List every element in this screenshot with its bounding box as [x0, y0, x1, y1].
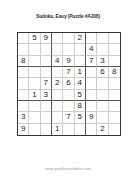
- cell-r7c9[interactable]: [109, 101, 120, 112]
- cell-r9c8[interactable]: 2: [97, 124, 108, 135]
- cell-r7c7[interactable]: [86, 101, 97, 112]
- cell-r6c7[interactable]: [86, 90, 97, 101]
- cell-r7c1[interactable]: [18, 101, 29, 112]
- footer-url: www.printfreesudoku.com: [0, 166, 136, 171]
- cell-r5c4[interactable]: 2: [52, 78, 63, 89]
- cell-r1c8[interactable]: [97, 33, 108, 44]
- cell-r9c1[interactable]: 9: [18, 124, 29, 135]
- cell-r8c6[interactable]: 5: [75, 112, 86, 123]
- cell-r4c2[interactable]: [29, 67, 40, 78]
- cell-r7c3[interactable]: [41, 101, 52, 112]
- cell-r3c1[interactable]: 8: [18, 56, 29, 67]
- cell-r4c1[interactable]: [18, 67, 29, 78]
- cell-r2c8[interactable]: [97, 44, 108, 55]
- cell-r6c9[interactable]: [109, 90, 120, 101]
- cell-r1c3[interactable]: 9: [41, 33, 52, 44]
- cell-r4c4[interactable]: [52, 67, 63, 78]
- cell-r3c6[interactable]: [75, 56, 86, 67]
- cell-r6c5[interactable]: [63, 90, 74, 101]
- sudoku-page: Sudoku, Easy (Puzzle #A208) 592484973716…: [0, 0, 136, 176]
- cell-r1c4[interactable]: [52, 33, 63, 44]
- cell-r6c8[interactable]: [97, 90, 108, 101]
- cell-r5c7[interactable]: [86, 78, 97, 89]
- cell-r3c8[interactable]: 3: [97, 56, 108, 67]
- cell-r8c2[interactable]: [29, 112, 40, 123]
- page-title: Sudoku, Easy (Puzzle #A208): [0, 13, 136, 19]
- cell-r4c3[interactable]: [41, 67, 52, 78]
- cell-r3c4[interactable]: 4: [52, 56, 63, 67]
- cell-r8c5[interactable]: 7: [63, 112, 74, 123]
- cell-r2c4[interactable]: [52, 44, 63, 55]
- cell-r5c3[interactable]: 7: [41, 78, 52, 89]
- cell-r5c1[interactable]: [18, 78, 29, 89]
- cell-r5c8[interactable]: [97, 78, 108, 89]
- cell-r2c2[interactable]: [29, 44, 40, 55]
- cell-r6c3[interactable]: 3: [41, 90, 52, 101]
- cell-r2c7[interactable]: 4: [86, 44, 97, 55]
- cell-r7c2[interactable]: [29, 101, 40, 112]
- cell-r5c9[interactable]: [109, 78, 120, 89]
- cell-r7c8[interactable]: [97, 101, 108, 112]
- cell-r3c7[interactable]: 7: [86, 56, 97, 67]
- cell-r9c3[interactable]: [41, 124, 52, 135]
- cell-r1c9[interactable]: [109, 33, 120, 44]
- cell-r6c6[interactable]: 5: [75, 90, 86, 101]
- sudoku-grid: 5924849737168726413583759912: [17, 32, 121, 136]
- cell-r5c5[interactable]: 6: [63, 78, 74, 89]
- cell-r4c6[interactable]: 1: [75, 67, 86, 78]
- cell-r9c5[interactable]: [63, 124, 74, 135]
- cell-r2c6[interactable]: [75, 44, 86, 55]
- cell-r9c6[interactable]: [75, 124, 86, 135]
- cell-r3c9[interactable]: [109, 56, 120, 67]
- cell-r6c4[interactable]: [52, 90, 63, 101]
- cell-r1c7[interactable]: [86, 33, 97, 44]
- cell-r8c1[interactable]: 3: [18, 112, 29, 123]
- cell-r8c7[interactable]: 9: [86, 112, 97, 123]
- cell-r4c7[interactable]: [86, 67, 97, 78]
- cell-r1c5[interactable]: [63, 33, 74, 44]
- cell-r2c3[interactable]: [41, 44, 52, 55]
- cell-r8c8[interactable]: [97, 112, 108, 123]
- cell-r2c5[interactable]: [63, 44, 74, 55]
- cell-r3c2[interactable]: [29, 56, 40, 67]
- cell-r4c9[interactable]: 8: [109, 67, 120, 78]
- cell-r4c5[interactable]: 7: [63, 67, 74, 78]
- cell-r1c2[interactable]: 5: [29, 33, 40, 44]
- cell-r3c3[interactable]: [41, 56, 52, 67]
- cell-r9c9[interactable]: [109, 124, 120, 135]
- cell-r1c1[interactable]: [18, 33, 29, 44]
- cell-r4c8[interactable]: 6: [97, 67, 108, 78]
- cell-r2c1[interactable]: [18, 44, 29, 55]
- cell-r6c1[interactable]: [18, 90, 29, 101]
- cell-r3c5[interactable]: 9: [63, 56, 74, 67]
- cell-r8c4[interactable]: [52, 112, 63, 123]
- cell-r2c9[interactable]: [109, 44, 120, 55]
- cell-r7c6[interactable]: 8: [75, 101, 86, 112]
- cell-r6c2[interactable]: 1: [29, 90, 40, 101]
- cell-r1c6[interactable]: 2: [75, 33, 86, 44]
- cell-r5c6[interactable]: 4: [75, 78, 86, 89]
- cell-r9c2[interactable]: [29, 124, 40, 135]
- cell-r7c5[interactable]: [63, 101, 74, 112]
- cell-r8c9[interactable]: [109, 112, 120, 123]
- cell-r9c7[interactable]: [86, 124, 97, 135]
- cell-r8c3[interactable]: [41, 112, 52, 123]
- cell-r5c2[interactable]: [29, 78, 40, 89]
- cell-r9c4[interactable]: 1: [52, 124, 63, 135]
- cell-r7c4[interactable]: [52, 101, 63, 112]
